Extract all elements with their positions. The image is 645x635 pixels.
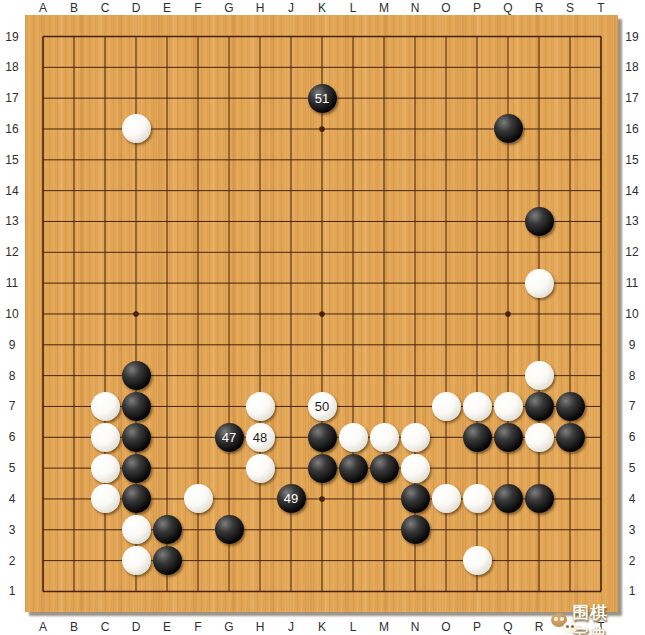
white-stone-H6-move-48[interactable]: 48	[246, 423, 275, 452]
col-label-bottom-K: K	[307, 619, 338, 634]
col-label-top-R: R	[524, 0, 555, 15]
black-stone-K6[interactable]	[308, 423, 337, 452]
black-stone-N4[interactable]	[401, 484, 430, 513]
watermark: 围棋宝典	[551, 601, 618, 635]
row-labels-left: 19181716151413121110987654321	[0, 21, 24, 607]
black-stone-S7[interactable]	[556, 392, 585, 421]
col-label-top-A: A	[28, 0, 59, 15]
col-label-top-C: C	[90, 0, 121, 15]
black-stone-P6[interactable]	[463, 423, 492, 452]
row-label-left-1: 1	[0, 576, 24, 607]
white-stone-N6[interactable]	[401, 423, 430, 452]
col-label-top-L: L	[338, 0, 369, 15]
col-label-bottom-F: F	[183, 619, 214, 634]
row-label-left-12: 12	[0, 237, 24, 268]
black-stone-R4[interactable]	[525, 484, 554, 513]
black-stone-R13[interactable]	[525, 207, 554, 236]
row-label-left-15: 15	[0, 144, 24, 175]
black-stone-S6[interactable]	[556, 423, 585, 452]
white-stone-C4[interactable]	[91, 484, 120, 513]
col-label-top-S: S	[555, 0, 586, 15]
white-stone-C7[interactable]	[91, 392, 120, 421]
white-stone-L6[interactable]	[339, 423, 368, 452]
row-label-right-12: 12	[620, 237, 644, 268]
col-label-top-E: E	[152, 0, 183, 15]
watermark-text: 围棋宝典	[572, 601, 618, 635]
col-label-top-M: M	[369, 0, 400, 15]
black-stone-E3[interactable]	[153, 515, 182, 544]
black-stone-E2[interactable]	[153, 546, 182, 575]
row-label-left-9: 9	[0, 329, 24, 360]
white-stone-C6[interactable]	[91, 423, 120, 452]
move-number-label: 51	[315, 92, 329, 105]
row-label-right-1: 1	[620, 576, 644, 607]
row-label-left-7: 7	[0, 391, 24, 422]
col-label-top-Q: Q	[493, 0, 524, 15]
col-label-bottom-D: D	[121, 619, 152, 634]
row-label-left-18: 18	[0, 52, 24, 83]
black-stone-D8[interactable]	[122, 361, 151, 390]
black-stone-N3[interactable]	[401, 515, 430, 544]
col-label-bottom-M: M	[369, 619, 400, 634]
col-label-top-F: F	[183, 0, 214, 15]
col-label-bottom-N: N	[400, 619, 431, 634]
col-label-bottom-L: L	[338, 619, 369, 634]
row-label-right-11: 11	[620, 268, 644, 299]
white-stone-O7[interactable]	[432, 392, 461, 421]
white-stone-P4[interactable]	[463, 484, 492, 513]
row-label-left-4: 4	[0, 484, 24, 515]
white-stone-N5[interactable]	[401, 454, 430, 483]
black-stone-G3[interactable]	[215, 515, 244, 544]
col-label-bottom-H: H	[245, 619, 276, 634]
white-stone-H7[interactable]	[246, 392, 275, 421]
black-stone-Q6[interactable]	[494, 423, 523, 452]
row-label-left-10: 10	[0, 299, 24, 330]
white-stone-R8[interactable]	[525, 361, 554, 390]
white-stone-D3[interactable]	[122, 515, 151, 544]
white-stone-F4[interactable]	[184, 484, 213, 513]
black-stone-Q16[interactable]	[494, 114, 523, 143]
black-stone-D4[interactable]	[122, 484, 151, 513]
row-label-right-8: 8	[620, 360, 644, 391]
white-stone-M6[interactable]	[370, 423, 399, 452]
row-label-left-14: 14	[0, 175, 24, 206]
white-stone-R6[interactable]	[525, 423, 554, 452]
col-label-bottom-P: P	[462, 619, 493, 634]
black-stone-Q4[interactable]	[494, 484, 523, 513]
go-board[interactable]: 5150474849 围棋宝典	[25, 15, 618, 612]
col-label-bottom-B: B	[59, 619, 90, 634]
row-label-left-5: 5	[0, 453, 24, 484]
row-label-left-3: 3	[0, 514, 24, 545]
white-stone-P7[interactable]	[463, 392, 492, 421]
row-label-left-11: 11	[0, 268, 24, 299]
col-label-top-G: G	[214, 0, 245, 15]
black-stone-G6-move-47[interactable]: 47	[215, 423, 244, 452]
black-stone-K5[interactable]	[308, 454, 337, 483]
col-label-bottom-J: J	[276, 619, 307, 634]
row-label-right-3: 3	[620, 514, 644, 545]
black-stone-M5[interactable]	[370, 454, 399, 483]
col-label-top-J: J	[276, 0, 307, 15]
weiqi-baodian-logo-icon	[551, 611, 569, 635]
col-label-bottom-E: E	[152, 619, 183, 634]
column-labels-bottom: ABCDEFGHJKLMNOPQRST	[28, 619, 617, 634]
col-label-bottom-Q: Q	[493, 619, 524, 634]
col-label-top-P: P	[462, 0, 493, 15]
row-label-right-10: 10	[620, 299, 644, 330]
row-label-right-9: 9	[620, 329, 644, 360]
column-labels-top: ABCDEFGHJKLMNOPQRST	[28, 0, 617, 15]
white-stone-D2[interactable]	[122, 546, 151, 575]
move-number-label: 48	[253, 431, 267, 444]
row-label-right-13: 13	[620, 206, 644, 237]
black-stone-D7[interactable]	[122, 392, 151, 421]
row-label-left-2: 2	[0, 545, 24, 576]
black-stone-D6[interactable]	[122, 423, 151, 452]
row-label-left-19: 19	[0, 21, 24, 52]
row-label-left-6: 6	[0, 422, 24, 453]
move-number-label: 47	[222, 431, 236, 444]
white-stone-P2[interactable]	[463, 546, 492, 575]
row-label-right-6: 6	[620, 422, 644, 453]
col-label-bottom-G: G	[214, 619, 245, 634]
go-diagram-screen: ABCDEFGHJKLMNOPQRST 19181716151413121110…	[0, 0, 645, 635]
row-labels-right: 19181716151413121110987654321	[620, 21, 644, 607]
logo-white-stone-face	[563, 621, 577, 634]
white-stone-H5[interactable]	[246, 454, 275, 483]
white-stone-C5[interactable]	[91, 454, 120, 483]
black-stone-L5[interactable]	[339, 454, 368, 483]
row-label-right-5: 5	[620, 453, 644, 484]
black-stone-D5[interactable]	[122, 454, 151, 483]
row-label-left-17: 17	[0, 83, 24, 114]
row-label-right-2: 2	[620, 545, 644, 576]
row-label-right-18: 18	[620, 52, 644, 83]
white-stone-R11[interactable]	[525, 269, 554, 298]
col-label-top-D: D	[121, 0, 152, 15]
col-label-top-H: H	[245, 0, 276, 15]
move-number-label: 49	[284, 492, 298, 505]
col-label-bottom-O: O	[431, 619, 462, 634]
black-stone-R7[interactable]	[525, 392, 554, 421]
col-label-bottom-C: C	[90, 619, 121, 634]
move-number-label: 50	[315, 400, 329, 413]
col-label-bottom-R: R	[524, 619, 555, 634]
row-label-right-4: 4	[620, 484, 644, 515]
row-label-right-7: 7	[620, 391, 644, 422]
col-label-top-T: T	[586, 0, 617, 15]
row-label-right-15: 15	[620, 144, 644, 175]
black-stone-J4-move-49[interactable]: 49	[277, 484, 306, 513]
row-label-right-14: 14	[620, 175, 644, 206]
col-label-top-K: K	[307, 0, 338, 15]
row-label-right-19: 19	[620, 21, 644, 52]
black-stone-K17-move-51[interactable]: 51	[308, 84, 337, 113]
row-label-right-17: 17	[620, 83, 644, 114]
col-label-top-N: N	[400, 0, 431, 15]
col-label-top-B: B	[59, 0, 90, 15]
white-stone-K7-move-50[interactable]: 50	[308, 392, 337, 421]
white-stone-Q7[interactable]	[494, 392, 523, 421]
row-label-left-8: 8	[0, 360, 24, 391]
row-label-left-13: 13	[0, 206, 24, 237]
col-label-bottom-A: A	[28, 619, 59, 634]
col-label-top-O: O	[431, 0, 462, 15]
stones-layer: 5150474849	[28, 21, 617, 607]
row-label-right-16: 16	[620, 114, 644, 145]
white-stone-O4[interactable]	[432, 484, 461, 513]
white-stone-D16[interactable]	[122, 114, 151, 143]
row-label-left-16: 16	[0, 114, 24, 145]
